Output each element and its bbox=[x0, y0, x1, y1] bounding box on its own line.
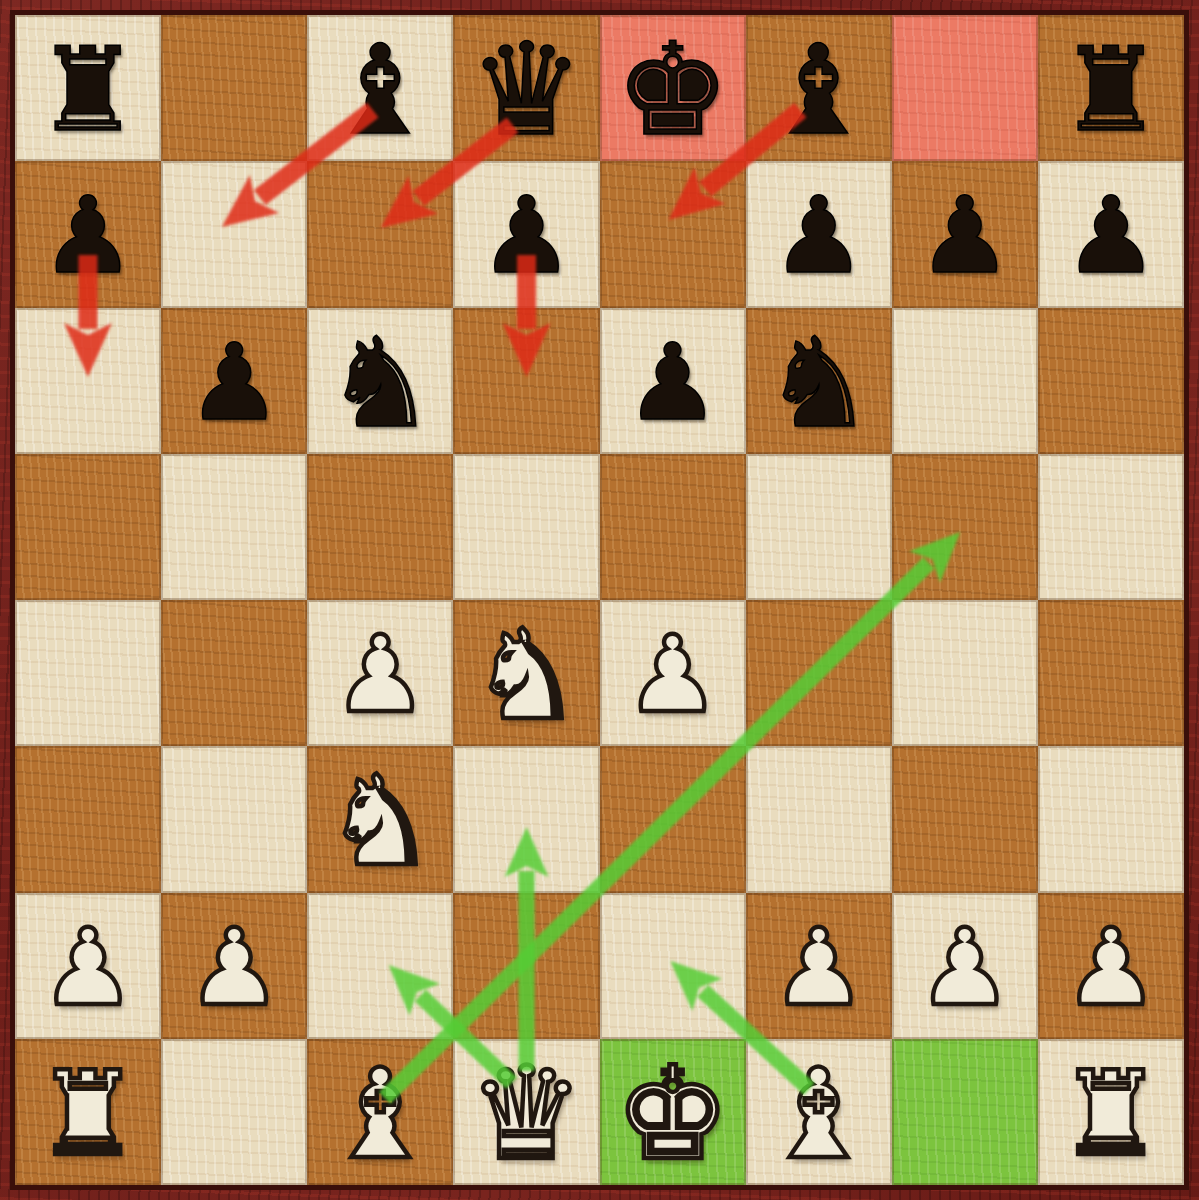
white-pawn-piece[interactable]: ♟ bbox=[41, 915, 136, 1021]
square-a3[interactable] bbox=[15, 746, 161, 892]
white-pawn-piece[interactable]: ♟ bbox=[625, 622, 720, 728]
black-queen-piece[interactable]: ♛ bbox=[469, 26, 584, 154]
square-a6[interactable] bbox=[15, 308, 161, 454]
square-g2[interactable]: ♟ bbox=[892, 893, 1038, 1039]
square-a1[interactable]: ♜ bbox=[15, 1039, 161, 1185]
square-a7[interactable]: ♟ bbox=[15, 161, 161, 307]
square-g6[interactable] bbox=[892, 308, 1038, 454]
white-pawn-piece[interactable]: ♟ bbox=[333, 622, 428, 728]
square-h5[interactable] bbox=[1038, 454, 1184, 600]
square-h2[interactable]: ♟ bbox=[1038, 893, 1184, 1039]
square-e4[interactable]: ♟ bbox=[600, 600, 746, 746]
square-d2[interactable] bbox=[453, 893, 599, 1039]
black-pawn-piece[interactable]: ♟ bbox=[771, 183, 866, 289]
square-c3[interactable]: ♞ bbox=[307, 746, 453, 892]
square-e8[interactable]: ♚ bbox=[600, 15, 746, 161]
black-bishop-piece[interactable]: ♝ bbox=[763, 28, 874, 152]
square-d3[interactable] bbox=[453, 746, 599, 892]
square-c1[interactable]: ♝ bbox=[307, 1039, 453, 1185]
white-pawn-piece[interactable]: ♟ bbox=[187, 915, 282, 1021]
square-a4[interactable] bbox=[15, 600, 161, 746]
square-f8[interactable]: ♝ bbox=[746, 15, 892, 161]
square-f3[interactable] bbox=[746, 746, 892, 892]
black-rook-piece[interactable]: ♜ bbox=[36, 32, 140, 148]
square-h3[interactable] bbox=[1038, 746, 1184, 892]
black-pawn-piece[interactable]: ♟ bbox=[479, 183, 574, 289]
square-d6[interactable] bbox=[453, 308, 599, 454]
black-pawn-piece[interactable]: ♟ bbox=[41, 183, 136, 289]
black-bishop-piece[interactable]: ♝ bbox=[325, 28, 436, 152]
black-rook-piece[interactable]: ♜ bbox=[1059, 32, 1163, 148]
square-a5[interactable] bbox=[15, 454, 161, 600]
square-d8[interactable]: ♛ bbox=[453, 15, 599, 161]
white-pawn-piece[interactable]: ♟ bbox=[1063, 915, 1158, 1021]
white-rook-piece[interactable]: ♜ bbox=[36, 1056, 140, 1172]
square-b1[interactable] bbox=[161, 1039, 307, 1185]
square-b2[interactable]: ♟ bbox=[161, 893, 307, 1039]
square-b8[interactable] bbox=[161, 15, 307, 161]
square-f4[interactable] bbox=[746, 600, 892, 746]
square-c7[interactable] bbox=[307, 161, 453, 307]
square-g5[interactable] bbox=[892, 454, 1038, 600]
square-g4[interactable] bbox=[892, 600, 1038, 746]
square-b6[interactable]: ♟ bbox=[161, 308, 307, 454]
square-b7[interactable] bbox=[161, 161, 307, 307]
square-e1[interactable]: ♚ bbox=[600, 1039, 746, 1185]
square-b5[interactable] bbox=[161, 454, 307, 600]
square-h1[interactable]: ♜ bbox=[1038, 1039, 1184, 1185]
square-f5[interactable] bbox=[746, 454, 892, 600]
board-frame: ♜♝♛♚♝♜♟♟♟♟♟♟♞♟♞♟♞♟♞♟♟♟♟♟♜♝♛♚♝♜ bbox=[0, 0, 1199, 1200]
square-e5[interactable] bbox=[600, 454, 746, 600]
square-g7[interactable]: ♟ bbox=[892, 161, 1038, 307]
square-d4[interactable]: ♞ bbox=[453, 600, 599, 746]
white-bishop-piece[interactable]: ♝ bbox=[763, 1052, 874, 1176]
square-c6[interactable]: ♞ bbox=[307, 308, 453, 454]
square-g1[interactable] bbox=[892, 1039, 1038, 1185]
square-h7[interactable]: ♟ bbox=[1038, 161, 1184, 307]
square-f1[interactable]: ♝ bbox=[746, 1039, 892, 1185]
square-d7[interactable]: ♟ bbox=[453, 161, 599, 307]
white-pawn-piece[interactable]: ♟ bbox=[771, 915, 866, 1021]
square-c4[interactable]: ♟ bbox=[307, 600, 453, 746]
square-e7[interactable] bbox=[600, 161, 746, 307]
black-pawn-piece[interactable]: ♟ bbox=[187, 330, 282, 436]
square-g8[interactable] bbox=[892, 15, 1038, 161]
square-f2[interactable]: ♟ bbox=[746, 893, 892, 1039]
black-knight-piece[interactable]: ♞ bbox=[763, 321, 874, 445]
square-b3[interactable] bbox=[161, 746, 307, 892]
square-b4[interactable] bbox=[161, 600, 307, 746]
white-bishop-piece[interactable]: ♝ bbox=[325, 1052, 436, 1176]
square-a8[interactable]: ♜ bbox=[15, 15, 161, 161]
square-h4[interactable] bbox=[1038, 600, 1184, 746]
square-d1[interactable]: ♛ bbox=[453, 1039, 599, 1185]
square-f7[interactable]: ♟ bbox=[746, 161, 892, 307]
chess-board: ♜♝♛♚♝♜♟♟♟♟♟♟♞♟♞♟♞♟♞♟♟♟♟♟♜♝♛♚♝♜ bbox=[15, 15, 1184, 1185]
white-knight-piece[interactable]: ♞ bbox=[471, 613, 582, 737]
square-h6[interactable] bbox=[1038, 308, 1184, 454]
square-h8[interactable]: ♜ bbox=[1038, 15, 1184, 161]
black-pawn-piece[interactable]: ♟ bbox=[1063, 183, 1158, 289]
white-queen-piece[interactable]: ♛ bbox=[469, 1050, 584, 1178]
white-king-piece[interactable]: ♚ bbox=[615, 1050, 730, 1178]
square-e3[interactable] bbox=[600, 746, 746, 892]
black-knight-piece[interactable]: ♞ bbox=[325, 321, 436, 445]
white-rook-piece[interactable]: ♜ bbox=[1059, 1056, 1163, 1172]
square-e2[interactable] bbox=[600, 893, 746, 1039]
square-c8[interactable]: ♝ bbox=[307, 15, 453, 161]
black-pawn-piece[interactable]: ♟ bbox=[625, 330, 720, 436]
square-e6[interactable]: ♟ bbox=[600, 308, 746, 454]
square-f6[interactable]: ♞ bbox=[746, 308, 892, 454]
square-c5[interactable] bbox=[307, 454, 453, 600]
square-c2[interactable] bbox=[307, 893, 453, 1039]
square-g3[interactable] bbox=[892, 746, 1038, 892]
white-knight-piece[interactable]: ♞ bbox=[325, 759, 436, 883]
black-king-piece[interactable]: ♚ bbox=[615, 26, 730, 154]
square-a2[interactable]: ♟ bbox=[15, 893, 161, 1039]
square-d5[interactable] bbox=[453, 454, 599, 600]
black-pawn-piece[interactable]: ♟ bbox=[917, 183, 1012, 289]
white-pawn-piece[interactable]: ♟ bbox=[917, 915, 1012, 1021]
